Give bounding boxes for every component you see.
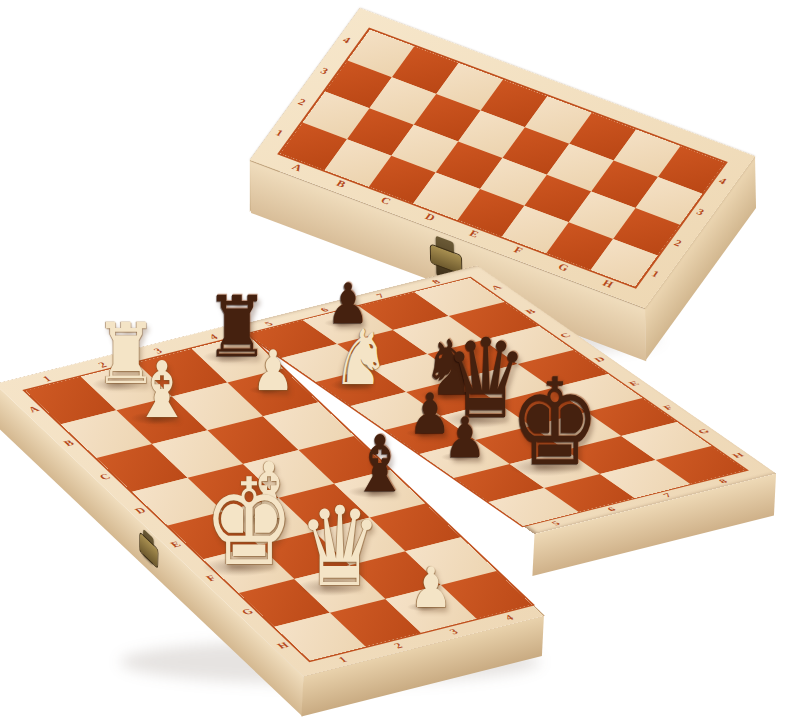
lid-rank-label-right-1: 1 <box>650 269 661 279</box>
piece-dark-pawn-F5: ♟ <box>443 410 486 466</box>
lid-file-label-H: H <box>601 279 615 290</box>
lid-file-label-G: G <box>556 262 570 273</box>
lid-file-label-D: D <box>423 212 437 223</box>
file-label-right-F: F <box>661 404 675 411</box>
file-label-left-G: G <box>240 607 256 616</box>
file-label-right-G: G <box>696 428 712 435</box>
rank-label-top-7: 7 <box>374 293 386 299</box>
rank-label-bottom-1: 1 <box>336 655 349 663</box>
file-label-left-B: B <box>62 439 77 448</box>
piece-white-queen-G2: ♛ <box>298 492 382 602</box>
file-label-right-E: E <box>627 380 641 387</box>
piece-dark-king-G6: ♚ <box>509 363 600 483</box>
file-label-right-A: A <box>489 284 504 291</box>
rank-label-bottom-6: 6 <box>605 506 617 512</box>
rank-label-bottom-7: 7 <box>661 492 673 498</box>
rank-label-bottom-3: 3 <box>447 627 460 635</box>
rank-label-top-8: 8 <box>430 279 442 285</box>
lid-rank-label-right-4: 4 <box>717 176 728 186</box>
file-label-left-A: A <box>26 405 41 414</box>
file-label-left-E: E <box>168 540 183 549</box>
file-label-left-H: H <box>275 641 291 650</box>
lid-rank-label-right-2: 2 <box>672 238 683 248</box>
lid-rank-label-right-3: 3 <box>695 207 706 217</box>
file-label-left-D: D <box>133 506 148 515</box>
lid-file-label-C: C <box>379 195 393 206</box>
piece-white-pawn-B4: ♟ <box>252 343 295 399</box>
lid-file-label-F: F <box>512 245 524 255</box>
chess-set-photo: ABCDEFGH44332211 ABCDEFGH11223344 ABCDEF… <box>0 0 800 720</box>
rank-label-bottom-2: 2 <box>392 641 405 649</box>
rank-label-bottom-4: 4 <box>503 613 516 621</box>
lid-rank-label-left-4: 4 <box>341 35 352 45</box>
file-label-right-B: B <box>523 308 537 315</box>
piece-white-pawn-H3: ♟ <box>410 559 453 615</box>
rank-label-top-1: 1 <box>41 375 54 383</box>
lid-rank-label-left-1: 1 <box>274 128 285 138</box>
rank-label-bottom-8: 8 <box>717 478 729 484</box>
piece-white-knight-C5: ♞ <box>332 320 390 396</box>
lid-file-label-B: B <box>335 179 348 190</box>
rank-label-bottom-5: 5 <box>549 520 561 526</box>
file-label-right-C: C <box>558 332 573 339</box>
lid-rank-label-left-3: 3 <box>319 66 330 76</box>
lid-rank-label-left-2: 2 <box>296 97 307 107</box>
lid-file-label-A: A <box>290 162 304 173</box>
piece-white-king-F1: ♚ <box>203 464 294 584</box>
lid-file-label-E: E <box>468 229 481 240</box>
file-label-left-C: C <box>97 472 112 481</box>
piece-white-bishop-B2: ♝ <box>132 352 191 430</box>
file-label-right-H: H <box>730 452 746 459</box>
